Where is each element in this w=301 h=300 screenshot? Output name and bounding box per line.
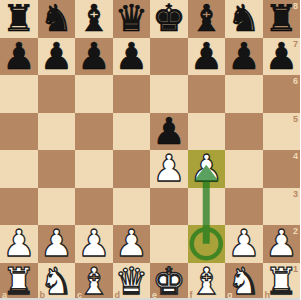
piece-white-bishop-f1[interactable]: ♝ — [188, 263, 226, 300]
square-c4[interactable] — [75, 150, 113, 188]
chess-board-screenshot: ♜♞♝♛♚♝♞♜8♟♟♟♟♟♟♟76♟5♟♟43♟♟♟♟♟♟2♜a♞b♝c♛d♚… — [0, 0, 300, 300]
piece-white-bishop-c1[interactable]: ♝ — [75, 263, 113, 300]
square-f3[interactable] — [188, 188, 226, 226]
piece-white-rook-a1[interactable]: ♜ — [0, 263, 38, 300]
piece-white-pawn-e4[interactable]: ♟ — [150, 150, 188, 188]
square-h5[interactable]: 5 — [263, 113, 301, 151]
piece-white-pawn-a2[interactable]: ♟ — [0, 225, 38, 263]
square-h2[interactable]: ♟2 — [263, 225, 301, 263]
square-e8[interactable]: ♚ — [150, 0, 188, 38]
square-a2[interactable]: ♟ — [0, 225, 38, 263]
square-g7[interactable]: ♟ — [225, 38, 263, 76]
chess-board: ♜♞♝♛♚♝♞♜8♟♟♟♟♟♟♟76♟5♟♟43♟♟♟♟♟♟2♜a♞b♝c♛d♚… — [0, 0, 300, 300]
square-b4[interactable] — [38, 150, 76, 188]
square-b2[interactable]: ♟ — [38, 225, 76, 263]
square-g6[interactable] — [225, 75, 263, 113]
square-f1[interactable]: ♝f — [188, 263, 226, 300]
square-e3[interactable] — [150, 188, 188, 226]
square-h7[interactable]: ♟7 — [263, 38, 301, 76]
coord-rank-5: 5 — [293, 114, 298, 124]
square-f4[interactable]: ♟ — [188, 150, 226, 188]
piece-black-bishop-c8[interactable]: ♝ — [75, 0, 113, 38]
piece-black-pawn-d7[interactable]: ♟ — [113, 38, 151, 76]
piece-black-bishop-f8[interactable]: ♝ — [188, 0, 226, 38]
coord-rank-4: 4 — [293, 151, 298, 161]
piece-white-knight-b1[interactable]: ♞ — [38, 263, 76, 300]
piece-white-pawn-b2[interactable]: ♟ — [38, 225, 76, 263]
square-h4[interactable]: 4 — [263, 150, 301, 188]
square-h8[interactable]: ♜8 — [263, 0, 301, 38]
square-g1[interactable]: ♞g — [225, 263, 263, 300]
piece-white-knight-g1[interactable]: ♞ — [225, 263, 263, 300]
piece-white-queen-d1[interactable]: ♛ — [113, 263, 151, 300]
square-a4[interactable] — [0, 150, 38, 188]
square-d8[interactable]: ♛ — [113, 0, 151, 38]
coord-rank-6: 6 — [293, 76, 298, 86]
square-e2[interactable] — [150, 225, 188, 263]
square-e5[interactable]: ♟ — [150, 113, 188, 151]
square-a6[interactable] — [0, 75, 38, 113]
square-a7[interactable]: ♟ — [0, 38, 38, 76]
square-d7[interactable]: ♟ — [113, 38, 151, 76]
piece-white-pawn-d2[interactable]: ♟ — [113, 225, 151, 263]
square-g8[interactable]: ♞ — [225, 0, 263, 38]
piece-black-rook-h8[interactable]: ♜ — [263, 0, 301, 38]
piece-black-knight-b8[interactable]: ♞ — [38, 0, 76, 38]
piece-black-knight-g8[interactable]: ♞ — [225, 0, 263, 38]
square-d2[interactable]: ♟ — [113, 225, 151, 263]
square-h6[interactable]: 6 — [263, 75, 301, 113]
square-g4[interactable] — [225, 150, 263, 188]
square-b7[interactable]: ♟ — [38, 38, 76, 76]
piece-black-pawn-e5[interactable]: ♟ — [150, 113, 188, 151]
square-h3[interactable]: 3 — [263, 188, 301, 226]
piece-black-pawn-f7[interactable]: ♟ — [188, 38, 226, 76]
square-c6[interactable] — [75, 75, 113, 113]
square-f5[interactable] — [188, 113, 226, 151]
piece-white-king-e1[interactable]: ♚ — [150, 263, 188, 300]
piece-black-pawn-b7[interactable]: ♟ — [38, 38, 76, 76]
square-h1[interactable]: ♜1h — [263, 263, 301, 300]
piece-white-pawn-h2[interactable]: ♟ — [263, 225, 301, 263]
square-b5[interactable] — [38, 113, 76, 151]
square-c1[interactable]: ♝c — [75, 263, 113, 300]
square-c8[interactable]: ♝ — [75, 0, 113, 38]
square-e6[interactable] — [150, 75, 188, 113]
square-a3[interactable] — [0, 188, 38, 226]
piece-white-pawn-g2[interactable]: ♟ — [225, 225, 263, 263]
square-d3[interactable] — [113, 188, 151, 226]
piece-black-pawn-h7[interactable]: ♟ — [263, 38, 301, 76]
square-a8[interactable]: ♜ — [0, 0, 38, 38]
piece-black-rook-a8[interactable]: ♜ — [0, 0, 38, 38]
piece-white-pawn-f4[interactable]: ♟ — [188, 150, 226, 188]
square-b6[interactable] — [38, 75, 76, 113]
square-d1[interactable]: ♛d — [113, 263, 151, 300]
square-e7[interactable] — [150, 38, 188, 76]
square-f6[interactable] — [188, 75, 226, 113]
square-g5[interactable] — [225, 113, 263, 151]
square-d4[interactable] — [113, 150, 151, 188]
piece-white-pawn-c2[interactable]: ♟ — [75, 225, 113, 263]
square-f7[interactable]: ♟ — [188, 38, 226, 76]
coord-rank-3: 3 — [293, 189, 298, 199]
square-g3[interactable] — [225, 188, 263, 226]
square-a5[interactable] — [0, 113, 38, 151]
square-c7[interactable]: ♟ — [75, 38, 113, 76]
piece-black-pawn-a7[interactable]: ♟ — [0, 38, 38, 76]
square-e1[interactable]: ♚e — [150, 263, 188, 300]
square-c2[interactable]: ♟ — [75, 225, 113, 263]
piece-black-pawn-g7[interactable]: ♟ — [225, 38, 263, 76]
square-a1[interactable]: ♜a — [0, 263, 38, 300]
square-b1[interactable]: ♞b — [38, 263, 76, 300]
square-e4[interactable]: ♟ — [150, 150, 188, 188]
piece-white-rook-h1[interactable]: ♜ — [263, 263, 301, 300]
square-c5[interactable] — [75, 113, 113, 151]
square-b3[interactable] — [38, 188, 76, 226]
square-g2[interactable]: ♟ — [225, 225, 263, 263]
square-f8[interactable]: ♝ — [188, 0, 226, 38]
square-b8[interactable]: ♞ — [38, 0, 76, 38]
piece-black-queen-d8[interactable]: ♛ — [113, 0, 151, 38]
square-f2[interactable] — [188, 225, 226, 263]
square-d5[interactable] — [113, 113, 151, 151]
piece-black-king-e8[interactable]: ♚ — [150, 0, 188, 38]
piece-black-pawn-c7[interactable]: ♟ — [75, 38, 113, 76]
square-d6[interactable] — [113, 75, 151, 113]
square-c3[interactable] — [75, 188, 113, 226]
